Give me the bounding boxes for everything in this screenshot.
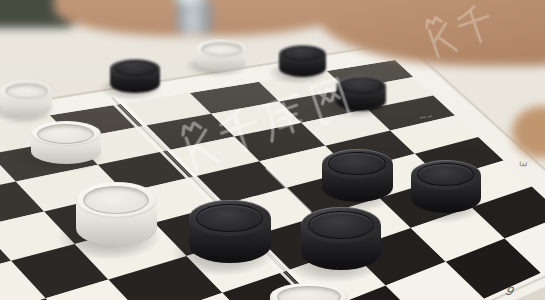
piece-ring [115, 61, 156, 76]
piece-ring [277, 286, 341, 300]
black-piece-g8[interactable] [279, 45, 326, 77]
piece-ring [5, 83, 48, 99]
edge-label-right: 3 [517, 161, 528, 168]
photo-scene: 36 [0, 0, 545, 300]
black-piece-e3[interactable] [301, 207, 381, 270]
piece-ring [328, 152, 386, 175]
piece-ring [37, 124, 94, 144]
piece-ring [308, 211, 374, 239]
piece-ring [83, 186, 149, 214]
piece-ring [196, 204, 263, 232]
piece-ring [417, 163, 474, 186]
black-piece-g3[interactable] [411, 160, 481, 213]
white-piece-c7[interactable] [31, 121, 101, 164]
white-piece-d2[interactable] [270, 283, 348, 300]
black-piece-d4[interactable] [189, 200, 271, 263]
white-piece-c4[interactable] [76, 182, 157, 246]
piece-ring [283, 47, 322, 61]
piece-ring [201, 42, 242, 56]
white-piece-off-board-far-margin[interactable] [196, 40, 246, 71]
black-piece-g7[interactable] [336, 76, 386, 111]
white-piece-off-board-left-margin[interactable] [0, 81, 52, 117]
black-piece-f4[interactable] [322, 149, 393, 202]
piece-ring [341, 78, 382, 94]
black-piece-off-board-far-margin[interactable] [110, 59, 160, 93]
